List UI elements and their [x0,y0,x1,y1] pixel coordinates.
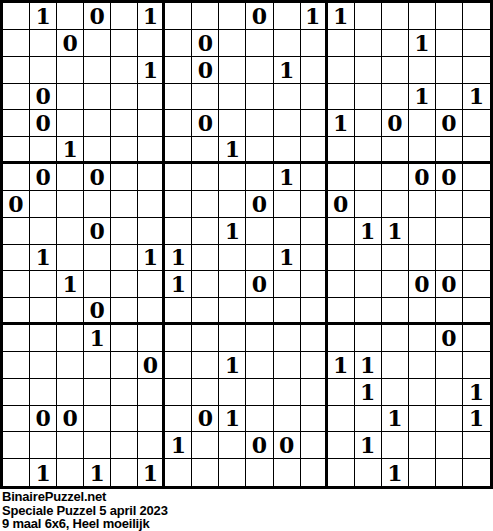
cell-r8-c12[interactable] [301,191,328,218]
cell-r8-c4[interactable] [84,191,111,218]
cell-r17-c3[interactable] [57,432,84,459]
cell-r13-c12[interactable] [301,325,328,352]
cell-r18-c12[interactable] [301,459,328,486]
cell-r7-c2: 0 [30,164,57,191]
cell-r10-c4[interactable] [84,245,111,272]
cell-r2-c13[interactable] [328,30,355,57]
cell-r12-c8[interactable] [192,298,219,325]
cell-r12-c5[interactable] [111,298,138,325]
cell-r18-c8[interactable] [192,459,219,486]
cell-r8-c2[interactable] [30,191,57,218]
cell-r14-c15[interactable] [382,352,409,379]
cell-r17-c18[interactable] [463,432,490,459]
cell-r14-c7[interactable] [165,352,192,379]
cell-r12-c4: 0 [84,298,111,325]
cell-r10-c9[interactable] [219,245,246,272]
cell-r12-c9[interactable] [219,298,246,325]
cell-r17-c10: 0 [246,432,273,459]
cell-r7-c12[interactable] [301,164,328,191]
cell-r11-c13[interactable] [328,271,355,298]
cell-r16-c7[interactable] [165,406,192,433]
cell-r5-c3[interactable] [57,110,84,137]
cell-r7-c13[interactable] [328,164,355,191]
cell-r8-c3[interactable] [57,191,84,218]
cell-r12-c15[interactable] [382,298,409,325]
cell-r6-c14[interactable] [355,137,382,164]
cell-r12-c6[interactable] [138,298,165,325]
cell-r3-c13[interactable] [328,57,355,84]
cell-r8-c17[interactable] [436,191,463,218]
cell-r6-c2[interactable] [30,137,57,164]
cell-r3-c7[interactable] [165,57,192,84]
cell-r4-c4[interactable] [84,84,111,111]
cell-r13-c6[interactable] [138,325,165,352]
cell-r8-c6[interactable] [138,191,165,218]
cell-r3-c16[interactable] [409,57,436,84]
cell-r6-c13[interactable] [328,137,355,164]
cell-r18-c14[interactable] [355,459,382,486]
cell-r6-c7[interactable] [165,137,192,164]
cell-r1-c5[interactable] [111,3,138,30]
cell-r1-c10: 0 [246,3,273,30]
cell-r15-c17[interactable] [436,379,463,406]
cell-r5-c2: 0 [30,110,57,137]
cell-r7-c8[interactable] [192,164,219,191]
cell-r7-c15[interactable] [382,164,409,191]
cell-r11-c8[interactable] [192,271,219,298]
cell-r16-c5[interactable] [111,406,138,433]
cell-r17-c4[interactable] [84,432,111,459]
cell-r7-c7[interactable] [165,164,192,191]
cell-r17-c2[interactable] [30,432,57,459]
cell-r18-c6: 1 [138,459,165,486]
cell-r10-c16[interactable] [409,245,436,272]
cell-r17-c17[interactable] [436,432,463,459]
cell-r13-c7[interactable] [165,325,192,352]
cell-r2-c14[interactable] [355,30,382,57]
cell-r16-c16[interactable] [409,406,436,433]
cell-r10-c12[interactable] [301,245,328,272]
cell-r9-c7[interactable] [165,218,192,245]
cell-r7-c5[interactable] [111,164,138,191]
cell-r6-c11[interactable] [274,137,301,164]
cell-r6-c1[interactable] [3,137,30,164]
cell-r2-c6[interactable] [138,30,165,57]
cell-r5-c13: 1 [328,110,355,137]
cell-r15-c15[interactable] [382,379,409,406]
cell-r12-c12[interactable] [301,298,328,325]
cell-r18-c15: 1 [382,459,409,486]
cell-r15-c10[interactable] [246,379,273,406]
cell-r15-c13[interactable] [328,379,355,406]
cell-r12-c11[interactable] [274,298,301,325]
cell-r7-c14[interactable] [355,164,382,191]
cell-r4-c6[interactable] [138,84,165,111]
cell-r1-c14[interactable] [355,3,382,30]
cell-r12-c14[interactable] [355,298,382,325]
cell-r17-c11: 0 [274,432,301,459]
cell-r10-c10[interactable] [246,245,273,272]
cell-r4-c14[interactable] [355,84,382,111]
cell-r1-c7[interactable] [165,3,192,30]
cell-r8-c1: 0 [3,191,30,218]
cell-r2-c15[interactable] [382,30,409,57]
cell-r17-c16[interactable] [409,432,436,459]
cell-r13-c16[interactable] [409,325,436,352]
cell-r10-c18[interactable] [463,245,490,272]
cell-r6-c10[interactable] [246,137,273,164]
cell-r15-c6[interactable] [138,379,165,406]
cell-r14-c5[interactable] [111,352,138,379]
cell-r12-c7[interactable] [165,298,192,325]
cell-r5-c9[interactable] [219,110,246,137]
cell-r11-c2[interactable] [30,271,57,298]
cell-r13-c2[interactable] [30,325,57,352]
cell-r8-c13: 0 [328,191,355,218]
cell-r16-c11[interactable] [274,406,301,433]
cell-r7-c10[interactable] [246,164,273,191]
cell-r15-c9[interactable] [219,379,246,406]
cell-r3-c6: 1 [138,57,165,84]
footer-site: BinairePuzzel.net [2,490,493,504]
cell-r5-c7[interactable] [165,110,192,137]
cell-r10-c8[interactable] [192,245,219,272]
cell-r9-c9: 1 [219,218,246,245]
cell-r6-c8[interactable] [192,137,219,164]
cell-r11-c12[interactable] [301,271,328,298]
cell-r1-c17[interactable] [436,3,463,30]
cell-r11-c16: 0 [409,271,436,298]
cell-r5-c1[interactable] [3,110,30,137]
cell-r16-c2: 0 [30,406,57,433]
cell-r11-c6[interactable] [138,271,165,298]
cell-r3-c17[interactable] [436,57,463,84]
cell-r3-c4[interactable] [84,57,111,84]
cell-r9-c3[interactable] [57,218,84,245]
cell-r1-c18[interactable] [463,3,490,30]
cell-r12-c13[interactable] [328,298,355,325]
cell-r16-c9: 1 [219,406,246,433]
cell-r5-c11[interactable] [274,110,301,137]
cell-r16-c15: 1 [382,406,409,433]
cell-r9-c1[interactable] [3,218,30,245]
cell-r8-c7[interactable] [165,191,192,218]
cell-r1-c12: 1 [301,3,328,30]
cell-r18-c18[interactable] [463,459,490,486]
cell-r11-c1[interactable] [3,271,30,298]
cell-r9-c8[interactable] [192,218,219,245]
cell-r3-c8: 0 [192,57,219,84]
cell-r4-c13[interactable] [328,84,355,111]
cell-r16-c12[interactable] [301,406,328,433]
cell-r1-c15[interactable] [382,3,409,30]
cell-r14-c9: 1 [219,352,246,379]
cell-r14-c10[interactable] [246,352,273,379]
cell-r9-c18[interactable] [463,218,490,245]
cell-r1-c8[interactable] [192,3,219,30]
cell-r2-c10[interactable] [246,30,273,57]
cell-r18-c10[interactable] [246,459,273,486]
cell-r6-c12[interactable] [301,137,328,164]
cell-r3-c3[interactable] [57,57,84,84]
cell-r2-c9[interactable] [219,30,246,57]
cell-r15-c3[interactable] [57,379,84,406]
cell-r14-c12[interactable] [301,352,328,379]
cell-r8-c15[interactable] [382,191,409,218]
cell-r4-c7[interactable] [165,84,192,111]
cell-r6-c16[interactable] [409,137,436,164]
cell-r3-c18[interactable] [463,57,490,84]
cell-r18-c16[interactable] [409,459,436,486]
cell-r14-c17[interactable] [436,352,463,379]
cell-r5-c18[interactable] [463,110,490,137]
cell-r11-c4[interactable] [84,271,111,298]
cell-r10-c5[interactable] [111,245,138,272]
cell-r13-c14[interactable] [355,325,382,352]
cell-r14-c2[interactable] [30,352,57,379]
cell-r11-c5[interactable] [111,271,138,298]
cell-r15-c4[interactable] [84,379,111,406]
cell-r1-c6: 1 [138,3,165,30]
cell-r14-c6: 0 [138,352,165,379]
cell-r17-c13[interactable] [328,432,355,459]
cell-r9-c13[interactable] [328,218,355,245]
cell-r17-c8[interactable] [192,432,219,459]
cell-r4-c1[interactable] [3,84,30,111]
cell-r9-c5[interactable] [111,218,138,245]
cell-r9-c17[interactable] [436,218,463,245]
cell-r11-c3: 1 [57,271,84,298]
cell-r1-c9[interactable] [219,3,246,30]
cell-r9-c14: 1 [355,218,382,245]
cell-r6-c18[interactable] [463,137,490,164]
cell-r17-c7: 1 [165,432,192,459]
cell-r15-c1[interactable] [3,379,30,406]
cell-r7-c9[interactable] [219,164,246,191]
cell-r11-c14[interactable] [355,271,382,298]
cell-r17-c1[interactable] [3,432,30,459]
cell-r13-c13[interactable] [328,325,355,352]
cell-r16-c13[interactable] [328,406,355,433]
footer: BinairePuzzel.net Speciale Puzzel 5 apri… [0,489,493,531]
cell-r15-c12[interactable] [301,379,328,406]
cell-r1-c3[interactable] [57,3,84,30]
cell-r5-c12[interactable] [301,110,328,137]
cell-r18-c5[interactable] [111,459,138,486]
cell-r2-c4[interactable] [84,30,111,57]
cell-r4-c3[interactable] [57,84,84,111]
cell-r13-c5[interactable] [111,325,138,352]
cell-r7-c3[interactable] [57,164,84,191]
cell-r4-c11[interactable] [274,84,301,111]
cell-r5-c10[interactable] [246,110,273,137]
cell-r14-c16[interactable] [409,352,436,379]
cell-r14-c11[interactable] [274,352,301,379]
cell-r8-c8[interactable] [192,191,219,218]
cell-r4-c10[interactable] [246,84,273,111]
cell-r1-c2: 1 [30,3,57,30]
cell-r17-c6[interactable] [138,432,165,459]
cell-r12-c16[interactable] [409,298,436,325]
cell-r14-c8[interactable] [192,352,219,379]
cell-r15-c16[interactable] [409,379,436,406]
binary-puzzle-page: 1010110011010110010011001000000111111111… [0,0,493,531]
cell-r8-c11[interactable] [274,191,301,218]
cell-r12-c18[interactable] [463,298,490,325]
cell-r18-c7[interactable] [165,459,192,486]
cell-r9-c6[interactable] [138,218,165,245]
cell-r11-c11[interactable] [274,271,301,298]
cell-r3-c15[interactable] [382,57,409,84]
cell-r4-c8[interactable] [192,84,219,111]
cell-r12-c3[interactable] [57,298,84,325]
cell-r6-c17[interactable] [436,137,463,164]
cell-r10-c1[interactable] [3,245,30,272]
cell-r14-c1[interactable] [3,352,30,379]
cell-r7-c4: 0 [84,164,111,191]
cell-r5-c4[interactable] [84,110,111,137]
cell-r4-c15[interactable] [382,84,409,111]
cell-r16-c6[interactable] [138,406,165,433]
cell-r4-c9[interactable] [219,84,246,111]
cell-r8-c9[interactable] [219,191,246,218]
cell-r6-c6[interactable] [138,137,165,164]
cell-r10-c13[interactable] [328,245,355,272]
cell-r11-c18[interactable] [463,271,490,298]
cell-r7-c16: 0 [409,164,436,191]
cell-r2-c11[interactable] [274,30,301,57]
cell-r3-c9[interactable] [219,57,246,84]
cell-r17-c12[interactable] [301,432,328,459]
cell-r8-c18[interactable] [463,191,490,218]
cell-r3-c1[interactable] [3,57,30,84]
cell-r14-c14: 1 [355,352,382,379]
cell-r2-c18[interactable] [463,30,490,57]
cell-r10-c17[interactable] [436,245,463,272]
cell-r13-c1[interactable] [3,325,30,352]
cell-r2-c1[interactable] [3,30,30,57]
cell-r13-c11[interactable] [274,325,301,352]
cell-r5-c6[interactable] [138,110,165,137]
cell-r4-c17[interactable] [436,84,463,111]
cell-r7-c18[interactable] [463,164,490,191]
cell-r13-c10[interactable] [246,325,273,352]
cell-r16-c4[interactable] [84,406,111,433]
cell-r9-c10[interactable] [246,218,273,245]
cell-r2-c2[interactable] [30,30,57,57]
cell-r2-c17[interactable] [436,30,463,57]
cell-r12-c1[interactable] [3,298,30,325]
cell-r6-c9: 1 [219,137,246,164]
cell-r17-c9[interactable] [219,432,246,459]
cell-r16-c10[interactable] [246,406,273,433]
cell-r15-c11[interactable] [274,379,301,406]
cell-r18-c9[interactable] [219,459,246,486]
cell-r1-c1[interactable] [3,3,30,30]
cell-r11-c15[interactable] [382,271,409,298]
cell-r10-c15[interactable] [382,245,409,272]
cell-r5-c14[interactable] [355,110,382,137]
cell-r8-c5[interactable] [111,191,138,218]
cell-r5-c5[interactable] [111,110,138,137]
cell-r9-c11[interactable] [274,218,301,245]
cell-r3-c10[interactable] [246,57,273,84]
cell-r11-c7: 1 [165,271,192,298]
cell-r3-c5[interactable] [111,57,138,84]
cell-r18-c13[interactable] [328,459,355,486]
cell-r14-c4[interactable] [84,352,111,379]
cell-r16-c14[interactable] [355,406,382,433]
cell-r6-c5[interactable] [111,137,138,164]
cell-r11-c9[interactable] [219,271,246,298]
cell-r3-c2[interactable] [30,57,57,84]
cell-r13-c9[interactable] [219,325,246,352]
cell-r9-c16[interactable] [409,218,436,245]
cell-r13-c8[interactable] [192,325,219,352]
cell-r1-c11[interactable] [274,3,301,30]
cell-r3-c12[interactable] [301,57,328,84]
cell-r12-c2[interactable] [30,298,57,325]
cell-r16-c17[interactable] [436,406,463,433]
cell-r2-c12[interactable] [301,30,328,57]
cell-r13-c3[interactable] [57,325,84,352]
cell-r9-c2[interactable] [30,218,57,245]
cell-r17-c5[interactable] [111,432,138,459]
cell-r8-c10: 0 [246,191,273,218]
cell-r5-c16[interactable] [409,110,436,137]
cell-r13-c15[interactable] [382,325,409,352]
cell-r4-c16: 1 [409,84,436,111]
cell-r18-c17[interactable] [436,459,463,486]
cell-r6-c4[interactable] [84,137,111,164]
cell-r10-c3[interactable] [57,245,84,272]
cell-r14-c18[interactable] [463,352,490,379]
cell-r5-c8: 0 [192,110,219,137]
cell-r18-c3[interactable] [57,459,84,486]
cell-r11-c17: 0 [436,271,463,298]
cell-r8-c16[interactable] [409,191,436,218]
cell-r1-c16[interactable] [409,3,436,30]
cell-r2-c7[interactable] [165,30,192,57]
cell-r12-c10[interactable] [246,298,273,325]
cell-r4-c12[interactable] [301,84,328,111]
cell-r15-c5[interactable] [111,379,138,406]
cell-r16-c1[interactable] [3,406,30,433]
cell-r4-c5[interactable] [111,84,138,111]
cell-r18-c1[interactable] [3,459,30,486]
cell-r2-c5[interactable] [111,30,138,57]
cell-r15-c2[interactable] [30,379,57,406]
cell-r13-c4: 1 [84,325,111,352]
cell-r13-c18[interactable] [463,325,490,352]
cell-r3-c14[interactable] [355,57,382,84]
cell-r15-c8[interactable] [192,379,219,406]
cell-r6-c15[interactable] [382,137,409,164]
cell-r17-c15[interactable] [382,432,409,459]
cell-r1-c4: 0 [84,3,111,30]
footer-title: Speciale Puzzel 5 april 2023 [2,504,493,518]
cell-r18-c11[interactable] [274,459,301,486]
cell-r12-c17[interactable] [436,298,463,325]
cell-r8-c14[interactable] [355,191,382,218]
cell-r15-c7[interactable] [165,379,192,406]
cell-r10-c14[interactable] [355,245,382,272]
cell-r15-c18: 1 [463,379,490,406]
cell-r7-c1[interactable] [3,164,30,191]
cell-r7-c6[interactable] [138,164,165,191]
cell-r9-c12[interactable] [301,218,328,245]
cell-r14-c3[interactable] [57,352,84,379]
